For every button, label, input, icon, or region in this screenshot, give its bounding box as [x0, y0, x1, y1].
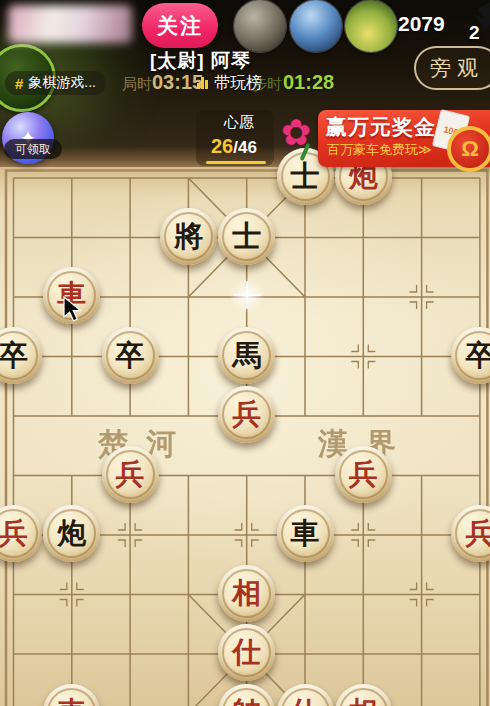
piece-character: 相	[232, 579, 261, 608]
viewer-avatar-1[interactable]	[234, 0, 286, 52]
coin-icon[interactable]: Ω	[447, 126, 490, 172]
piece-character: 卒	[116, 341, 145, 370]
piece-character: 士	[232, 222, 261, 251]
piece-character: 兵	[349, 460, 378, 489]
game-time-label: 局时	[122, 75, 152, 94]
piece-character: 馬	[232, 341, 261, 370]
xiangqi-piece-black[interactable]: 士	[218, 208, 275, 265]
xiangqi-piece-red[interactable]: 兵	[102, 446, 159, 503]
xiangqi-piece-red[interactable]: 仕	[218, 624, 275, 681]
piece-character: 兵	[116, 460, 145, 489]
spectate-button[interactable]: 旁观	[414, 46, 490, 90]
blurred-streamer-info	[8, 5, 132, 43]
piece-character: 兵	[465, 519, 490, 548]
piece-character: 車	[57, 698, 86, 706]
wish-label: 心愿	[224, 113, 254, 132]
prize-banner-title: 赢万元奖金	[326, 113, 436, 141]
hashtag-pill[interactable]: # 象棋游戏...	[5, 71, 106, 95]
viewer-avatar-2[interactable]	[290, 0, 342, 52]
mouse-cursor	[63, 296, 87, 324]
wish-progress: 26/46	[211, 135, 257, 158]
wish-progress-bar	[206, 161, 266, 164]
xiangqi-piece-black[interactable]: 車	[277, 505, 334, 562]
xiangqi-piece-red[interactable]: 相	[218, 565, 275, 622]
piece-character: 仕	[291, 698, 320, 706]
move-time-value: 01:28	[283, 71, 334, 94]
piece-character: 卒	[465, 341, 490, 370]
piece-character: 車	[291, 519, 320, 548]
xiangqi-piece-black[interactable]: 將	[160, 208, 217, 265]
piece-character: 帥	[232, 698, 261, 706]
wish-total: /46	[233, 138, 257, 157]
game-time-value: 03:15	[152, 71, 203, 94]
piece-character: 兵	[232, 400, 261, 429]
rose-icon[interactable]: ✿	[279, 115, 321, 163]
viewer-count: 2079	[398, 12, 445, 36]
xiangqi-piece-black[interactable]: 炮	[43, 505, 100, 562]
partial-count: 2	[469, 22, 480, 44]
xiangqi-piece-black[interactable]: 卒	[102, 327, 159, 384]
bar-chart-icon	[197, 77, 208, 89]
prize-banner-subtitle: 百万豪车免费玩≫	[327, 141, 432, 159]
follow-button[interactable]: 关注	[142, 3, 218, 48]
sparkle-effect	[229, 277, 265, 313]
claim-badge[interactable]: 可领取	[4, 139, 62, 159]
piece-character: 卒	[0, 341, 28, 370]
piece-character: 仕	[232, 638, 261, 667]
hashtag-label: 象棋游戏...	[28, 74, 96, 92]
piece-character: 將	[174, 222, 203, 251]
viewer-avatar-3[interactable]	[345, 0, 397, 52]
wish-current: 26	[211, 135, 233, 157]
piece-character: 士	[291, 162, 320, 191]
move-time-label: 步时	[252, 75, 282, 94]
xiangqi-piece-red[interactable]: 兵	[218, 386, 275, 443]
piece-character: 炮	[57, 519, 86, 548]
piece-character: 相	[349, 698, 378, 706]
hash-icon: #	[15, 75, 23, 92]
xiangqi-piece-red[interactable]: 兵	[335, 446, 392, 503]
xiangqi-piece-black[interactable]: 馬	[218, 327, 275, 384]
piece-character: 兵	[0, 519, 28, 548]
